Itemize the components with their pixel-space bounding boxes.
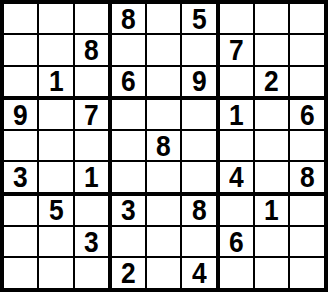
given-digit: 3 (121, 195, 136, 225)
sudoku-box: 1648 (220, 100, 324, 192)
sudoku-cell-r4c5[interactable] (147, 100, 180, 129)
sudoku-cell-r9c1[interactable] (4, 258, 37, 287)
sudoku-cell-r9c7[interactable] (220, 258, 253, 287)
sudoku-cell-r4c8[interactable] (255, 100, 288, 129)
sudoku-cell-r3c6[interactable]: 9 (182, 67, 215, 96)
sudoku-cell-r5c8[interactable] (255, 131, 288, 160)
sudoku-cell-r2c4[interactable] (112, 35, 145, 64)
sudoku-cell-r4c9[interactable]: 6 (290, 100, 323, 129)
given-digit: 5 (49, 195, 64, 225)
sudoku-cell-r3c9[interactable] (290, 67, 323, 96)
sudoku-box: 53 (4, 196, 108, 288)
sudoku-box: 16 (220, 196, 324, 288)
sudoku-box: 8 (112, 100, 216, 192)
sudoku-cell-r1c5[interactable] (147, 4, 180, 33)
given-digit: 6 (229, 227, 244, 257)
given-digit: 7 (84, 100, 99, 130)
sudoku-cell-r8c7[interactable]: 6 (220, 227, 253, 256)
sudoku-cell-r8c1[interactable] (4, 227, 37, 256)
sudoku-cell-r1c1[interactable] (4, 4, 37, 33)
sudoku-cell-r2c7[interactable]: 7 (220, 35, 253, 64)
sudoku-cell-r3c5[interactable] (147, 67, 180, 96)
sudoku-cell-r5c9[interactable] (290, 131, 323, 160)
sudoku-cell-r1c2[interactable] (39, 4, 72, 33)
sudoku-cell-r8c3[interactable]: 3 (75, 227, 108, 256)
sudoku-cell-r1c3[interactable] (75, 4, 108, 33)
given-digit: 1 (229, 100, 244, 130)
given-digit: 8 (156, 131, 171, 161)
sudoku-cell-r9c2[interactable] (39, 258, 72, 287)
sudoku-cell-r9c4[interactable]: 2 (112, 258, 145, 287)
given-digit: 3 (13, 162, 28, 192)
sudoku-cell-r7c9[interactable] (290, 196, 323, 225)
sudoku-cell-r8c8[interactable] (255, 227, 288, 256)
sudoku-cell-r3c2[interactable]: 1 (39, 67, 72, 96)
given-digit: 4 (229, 162, 244, 192)
given-digit: 8 (84, 35, 99, 65)
sudoku-cell-r6c2[interactable] (39, 162, 72, 191)
sudoku-box: 81 (4, 4, 108, 96)
sudoku-cell-r6c6[interactable] (182, 162, 215, 191)
sudoku-cell-r9c5[interactable] (147, 258, 180, 287)
sudoku-cell-r8c6[interactable] (182, 227, 215, 256)
sudoku-cell-r4c2[interactable] (39, 100, 72, 129)
sudoku-cell-r4c7[interactable]: 1 (220, 100, 253, 129)
sudoku-box: 3824 (112, 196, 216, 288)
sudoku-cell-r1c8[interactable] (255, 4, 288, 33)
sudoku-cell-r5c7[interactable] (220, 131, 253, 160)
sudoku-cell-r6c9[interactable]: 8 (290, 162, 323, 191)
sudoku-cell-r9c8[interactable] (255, 258, 288, 287)
sudoku-cell-r4c1[interactable]: 9 (4, 100, 37, 129)
sudoku-cell-r7c4[interactable]: 3 (112, 196, 145, 225)
sudoku-cell-r1c7[interactable] (220, 4, 253, 33)
given-digit: 9 (192, 66, 207, 96)
sudoku-cell-r7c5[interactable] (147, 196, 180, 225)
sudoku-cell-r4c3[interactable]: 7 (75, 100, 108, 129)
sudoku-cell-r9c3[interactable] (75, 258, 108, 287)
sudoku-cell-r2c9[interactable] (290, 35, 323, 64)
sudoku-cell-r9c6[interactable]: 4 (182, 258, 215, 287)
sudoku-cell-r5c6[interactable] (182, 131, 215, 160)
given-digit: 6 (121, 66, 136, 96)
sudoku-cell-r7c7[interactable] (220, 196, 253, 225)
sudoku-cell-r7c6[interactable]: 8 (182, 196, 215, 225)
sudoku-cell-r7c2[interactable]: 5 (39, 196, 72, 225)
sudoku-cell-r2c1[interactable] (4, 35, 37, 64)
sudoku-cell-r8c2[interactable] (39, 227, 72, 256)
sudoku-cell-r2c3[interactable]: 8 (75, 35, 108, 64)
given-digit: 3 (84, 227, 99, 257)
sudoku-cell-r8c4[interactable] (112, 227, 145, 256)
sudoku-board: 8185697297318164853382416 (0, 0, 328, 292)
sudoku-box: 9731 (4, 100, 108, 192)
sudoku-cell-r3c4[interactable]: 6 (112, 67, 145, 96)
sudoku-cell-r6c3[interactable]: 1 (75, 162, 108, 191)
sudoku-cell-r6c5[interactable] (147, 162, 180, 191)
sudoku-cell-r6c1[interactable]: 3 (4, 162, 37, 191)
given-digit: 2 (121, 258, 136, 288)
sudoku-cell-r1c6[interactable]: 5 (182, 4, 215, 33)
given-digit: 7 (229, 35, 244, 65)
sudoku-cell-r7c8[interactable]: 1 (255, 196, 288, 225)
sudoku-cell-r8c9[interactable] (290, 227, 323, 256)
sudoku-cell-r1c9[interactable] (290, 4, 323, 33)
given-digit: 1 (84, 162, 99, 192)
given-digit: 2 (264, 66, 279, 96)
sudoku-cell-r3c1[interactable] (4, 67, 37, 96)
sudoku-cell-r9c9[interactable] (290, 258, 323, 287)
sudoku-cell-r6c4[interactable] (112, 162, 145, 191)
sudoku-cell-r8c5[interactable] (147, 227, 180, 256)
sudoku-cell-r5c4[interactable] (112, 131, 145, 160)
given-digit: 8 (192, 195, 207, 225)
sudoku-cell-r5c3[interactable] (75, 131, 108, 160)
sudoku-cell-r3c7[interactable] (220, 67, 253, 96)
sudoku-cell-r6c8[interactable] (255, 162, 288, 191)
sudoku-cell-r2c2[interactable] (39, 35, 72, 64)
given-digit: 8 (300, 162, 315, 192)
sudoku-cell-r6c7[interactable]: 4 (220, 162, 253, 191)
given-digit: 9 (13, 100, 28, 130)
sudoku-cell-r3c8[interactable]: 2 (255, 67, 288, 96)
sudoku-cell-r2c5[interactable] (147, 35, 180, 64)
sudoku-box: 8569 (112, 4, 216, 96)
sudoku-cell-r5c1[interactable] (4, 131, 37, 160)
sudoku-cell-r2c6[interactable] (182, 35, 215, 64)
sudoku-cell-r2c8[interactable] (255, 35, 288, 64)
given-digit: 4 (192, 258, 207, 288)
sudoku-cell-r1c4[interactable]: 8 (112, 4, 145, 33)
given-digit: 6 (300, 100, 315, 130)
sudoku-cell-r5c2[interactable] (39, 131, 72, 160)
given-digit: 1 (264, 195, 279, 225)
given-digit: 8 (121, 4, 136, 34)
given-digit: 1 (49, 66, 64, 96)
sudoku-cell-r3c3[interactable] (75, 67, 108, 96)
sudoku-cell-r5c5[interactable]: 8 (147, 131, 180, 160)
given-digit: 5 (192, 4, 207, 34)
sudoku-cell-r7c1[interactable] (4, 196, 37, 225)
sudoku-box: 72 (220, 4, 324, 96)
sudoku-cell-r4c6[interactable] (182, 100, 215, 129)
sudoku-cell-r4c4[interactable] (112, 100, 145, 129)
sudoku-cell-r7c3[interactable] (75, 196, 108, 225)
